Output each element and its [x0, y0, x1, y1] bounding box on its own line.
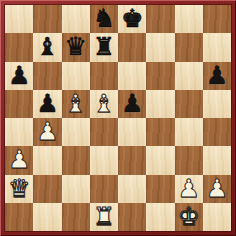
square-b1[interactable]	[33, 203, 61, 231]
square-g4[interactable]	[175, 118, 203, 146]
piece-white-queen-a2[interactable]: ♛	[8, 175, 30, 203]
square-d3[interactable]	[90, 146, 118, 174]
piece-white-king-g1[interactable]: ♚	[177, 203, 199, 231]
square-a1[interactable]	[5, 203, 33, 231]
square-g7[interactable]	[175, 33, 203, 61]
square-f3[interactable]	[146, 146, 174, 174]
piece-white-pawn-h2[interactable]: ♟	[206, 175, 228, 203]
piece-black-king-e8[interactable]: ♚	[121, 5, 143, 33]
square-c8[interactable]	[62, 5, 90, 33]
piece-white-pawn-a3[interactable]: ♟	[8, 146, 30, 174]
piece-white-bishop-d5[interactable]: ♝	[93, 90, 115, 118]
square-f6[interactable]	[146, 62, 174, 90]
square-f8[interactable]	[146, 5, 174, 33]
square-e2[interactable]	[118, 175, 146, 203]
square-h6[interactable]: ♟	[203, 62, 231, 90]
piece-black-queen-c7[interactable]: ♛	[64, 33, 86, 61]
square-a8[interactable]	[5, 5, 33, 33]
square-c6[interactable]	[62, 62, 90, 90]
square-a2[interactable]: ♛	[5, 175, 33, 203]
piece-white-pawn-b4[interactable]: ♟	[36, 118, 58, 146]
square-a5[interactable]	[5, 90, 33, 118]
piece-white-bishop-c5[interactable]: ♝	[64, 90, 86, 118]
square-b7[interactable]: ♝	[33, 33, 61, 61]
piece-black-pawn-b5[interactable]: ♟	[36, 90, 58, 118]
square-d2[interactable]	[90, 175, 118, 203]
square-a7[interactable]	[5, 33, 33, 61]
square-e5[interactable]: ♟	[118, 90, 146, 118]
square-h8[interactable]	[203, 5, 231, 33]
square-e8[interactable]: ♚	[118, 5, 146, 33]
piece-black-bishop-b7[interactable]: ♝	[36, 33, 58, 61]
square-b3[interactable]	[33, 146, 61, 174]
piece-black-knight-d8[interactable]: ♞	[93, 5, 115, 33]
square-b6[interactable]	[33, 62, 61, 90]
square-d7[interactable]: ♜	[90, 33, 118, 61]
square-f2[interactable]	[146, 175, 174, 203]
piece-white-pawn-g2[interactable]: ♟	[177, 175, 199, 203]
square-g1[interactable]: ♚	[175, 203, 203, 231]
square-g6[interactable]	[175, 62, 203, 90]
square-h1[interactable]	[203, 203, 231, 231]
square-f1[interactable]	[146, 203, 174, 231]
square-f4[interactable]	[146, 118, 174, 146]
square-h7[interactable]	[203, 33, 231, 61]
square-a4[interactable]	[5, 118, 33, 146]
square-c2[interactable]	[62, 175, 90, 203]
square-d8[interactable]: ♞	[90, 5, 118, 33]
square-a6[interactable]: ♟	[5, 62, 33, 90]
square-g8[interactable]	[175, 5, 203, 33]
square-e7[interactable]	[118, 33, 146, 61]
square-c1[interactable]	[62, 203, 90, 231]
square-h3[interactable]	[203, 146, 231, 174]
square-d6[interactable]	[90, 62, 118, 90]
square-c3[interactable]	[62, 146, 90, 174]
chessboard-frame: ♞♚♝♛♜♟♟♟♝♝♟♟♟♛♟♟♜♚	[0, 0, 236, 236]
square-d4[interactable]	[90, 118, 118, 146]
square-b5[interactable]: ♟	[33, 90, 61, 118]
square-b4[interactable]: ♟	[33, 118, 61, 146]
square-g3[interactable]	[175, 146, 203, 174]
piece-black-pawn-a6[interactable]: ♟	[8, 62, 30, 90]
square-f7[interactable]	[146, 33, 174, 61]
square-f5[interactable]	[146, 90, 174, 118]
piece-white-rook-d1[interactable]: ♜	[93, 203, 115, 231]
square-g2[interactable]: ♟	[175, 175, 203, 203]
piece-black-rook-d7[interactable]: ♜	[93, 33, 115, 61]
square-h5[interactable]	[203, 90, 231, 118]
square-h2[interactable]: ♟	[203, 175, 231, 203]
square-a3[interactable]: ♟	[5, 146, 33, 174]
square-e1[interactable]	[118, 203, 146, 231]
square-c5[interactable]: ♝	[62, 90, 90, 118]
piece-black-pawn-e5[interactable]: ♟	[121, 90, 143, 118]
piece-black-pawn-h6[interactable]: ♟	[206, 62, 228, 90]
square-d1[interactable]: ♜	[90, 203, 118, 231]
square-e4[interactable]	[118, 118, 146, 146]
square-b8[interactable]	[33, 5, 61, 33]
chessboard: ♞♚♝♛♜♟♟♟♝♝♟♟♟♛♟♟♜♚	[5, 5, 231, 231]
square-e3[interactable]	[118, 146, 146, 174]
square-g5[interactable]	[175, 90, 203, 118]
square-c4[interactable]	[62, 118, 90, 146]
square-d5[interactable]: ♝	[90, 90, 118, 118]
square-h4[interactable]	[203, 118, 231, 146]
square-c7[interactable]: ♛	[62, 33, 90, 61]
square-b2[interactable]	[33, 175, 61, 203]
square-e6[interactable]	[118, 62, 146, 90]
